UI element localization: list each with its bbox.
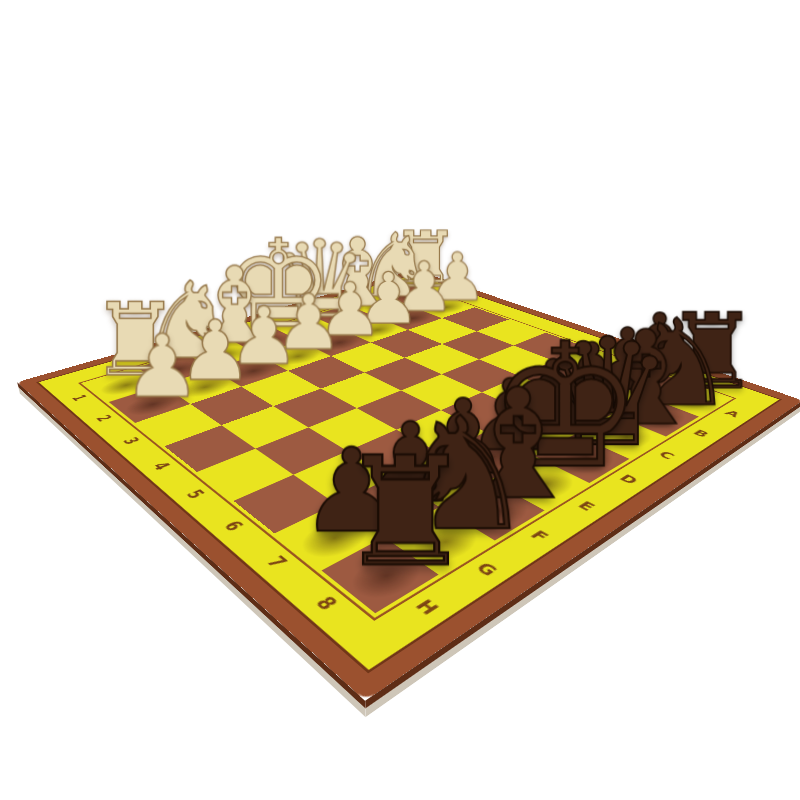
chess-board: 12345678 ♜♞♝♚♛♝♞♜♟♟♟♟♟♟♟♟♟♟♟♟♟♟♟♟♜♞♝♚♛♝♞… bbox=[17, 270, 800, 701]
scene: 12345678 ♜♞♝♚♛♝♞♜♟♟♟♟♟♟♟♟♟♟♟♟♟♟♟♟♜♞♝♚♛♝♞… bbox=[0, 0, 800, 800]
piece-black-rook: ♜ bbox=[337, 438, 472, 589]
piece-white-pawn: ♟ bbox=[123, 324, 201, 411]
board-squares: ♜♞♝♚♛♝♞♜♟♟♟♟♟♟♟♟♟♟♟♟♟♟♟♟♜♞♝♚♛♝♞♜ bbox=[85, 285, 729, 613]
